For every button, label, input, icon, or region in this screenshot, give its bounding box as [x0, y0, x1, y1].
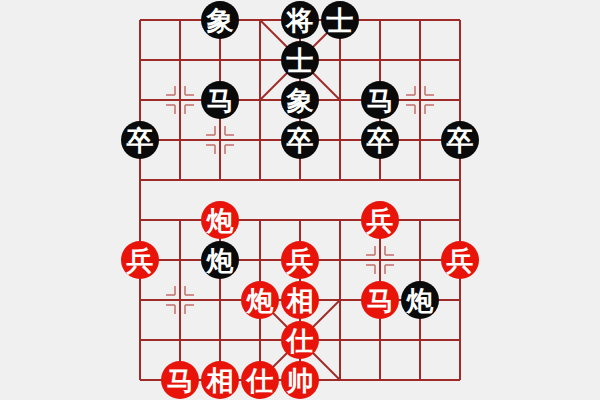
piece-black-advisor[interactable]: 士 [281, 41, 319, 79]
piece-red-elephant[interactable]: 相 [281, 281, 319, 319]
pieces-layer: 象将士士马象马卒卒卒卒炮兵兵炮兵兵炮相马炮仕马相仕帅 [120, 0, 480, 400]
piece-black-soldier[interactable]: 卒 [361, 121, 399, 159]
piece-red-elephant[interactable]: 相 [201, 361, 239, 399]
piece-red-soldier[interactable]: 兵 [361, 201, 399, 239]
piece-black-soldier[interactable]: 卒 [281, 121, 319, 159]
piece-red-cannon[interactable]: 炮 [201, 201, 239, 239]
piece-red-soldier[interactable]: 兵 [281, 241, 319, 279]
piece-black-soldier[interactable]: 卒 [121, 121, 159, 159]
piece-red-horse[interactable]: 马 [361, 281, 399, 319]
xiangqi-board[interactable]: 象将士士马象马卒卒卒卒炮兵兵炮兵兵炮相马炮仕马相仕帅 [0, 0, 600, 400]
piece-black-horse[interactable]: 马 [201, 81, 239, 119]
piece-black-advisor[interactable]: 士 [321, 1, 359, 39]
piece-red-soldier[interactable]: 兵 [441, 241, 479, 279]
xiangqi-app: 象将士士马象马卒卒卒卒炮兵兵炮兵兵炮相马炮仕马相仕帅 [0, 0, 600, 400]
piece-red-soldier[interactable]: 兵 [121, 241, 159, 279]
piece-black-elephant[interactable]: 象 [201, 1, 239, 39]
piece-black-elephant[interactable]: 象 [281, 81, 319, 119]
piece-red-advisor[interactable]: 仕 [281, 321, 319, 359]
piece-black-horse[interactable]: 马 [361, 81, 399, 119]
piece-black-general[interactable]: 将 [281, 1, 319, 39]
piece-black-cannon[interactable]: 炮 [401, 281, 439, 319]
piece-black-cannon[interactable]: 炮 [201, 241, 239, 279]
piece-black-soldier[interactable]: 卒 [441, 121, 479, 159]
piece-red-horse[interactable]: 马 [161, 361, 199, 399]
piece-red-cannon[interactable]: 炮 [241, 281, 279, 319]
piece-red-advisor[interactable]: 仕 [241, 361, 279, 399]
piece-red-general[interactable]: 帅 [281, 361, 319, 399]
